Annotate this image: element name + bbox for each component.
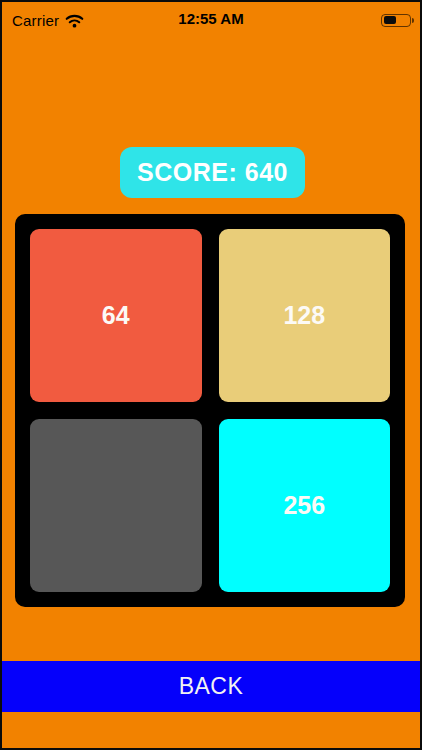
score-label: SCORE: 640 [137,158,288,187]
back-button-label: BACK [179,673,244,700]
tile-value: 256 [283,491,325,520]
app-screen: Carrier 12:55 AM SCORE: 640 64 128 256 [0,0,422,750]
tile-empty [30,419,202,592]
tile-value: 128 [283,301,325,330]
back-button[interactable]: BACK [2,661,420,712]
wifi-icon [65,14,84,28]
tile-64: 64 [30,229,202,402]
status-bar-left: Carrier [12,12,84,29]
status-bar: Carrier 12:55 AM [2,4,420,34]
score-badge: SCORE: 640 [120,147,305,198]
battery-icon [381,14,411,27]
tile-128: 128 [219,229,391,402]
battery-fill [384,16,397,24]
tile-value: 64 [102,301,130,330]
game-board[interactable]: 64 128 256 [15,214,405,607]
carrier-label: Carrier [12,12,59,29]
tile-256: 256 [219,419,391,592]
